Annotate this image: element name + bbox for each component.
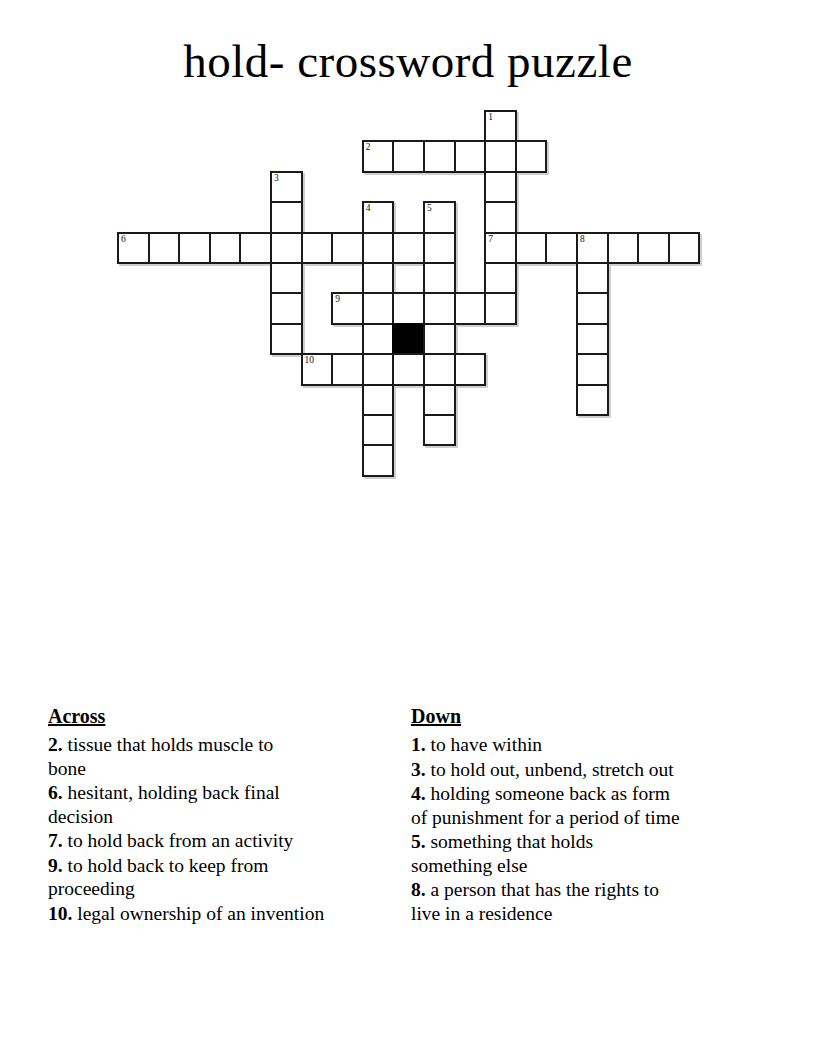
- grid-cell[interactable]: [576, 323, 609, 355]
- grid-cell[interactable]: [484, 140, 517, 172]
- crossword-grid: 12345678910: [117, 110, 699, 476]
- grid-cell[interactable]: [178, 232, 211, 264]
- grid-cell[interactable]: [362, 353, 395, 385]
- grid-cell[interactable]: 9: [331, 292, 364, 324]
- down-header: Down: [411, 704, 793, 728]
- grid-cell[interactable]: [454, 140, 487, 172]
- clue-item-number: 10.: [48, 903, 77, 924]
- grid-cell[interactable]: [668, 232, 701, 264]
- clue-item-text: a person that has the rights to live in …: [411, 879, 659, 924]
- grid-cell[interactable]: [423, 353, 456, 385]
- grid-cell[interactable]: 4: [362, 201, 395, 233]
- across-clue-list: 2. tissue that holds muscle to bone6. he…: [48, 733, 406, 925]
- clue-item-across-7: 7. to hold back from an activity: [48, 829, 406, 853]
- grid-cell[interactable]: [515, 232, 548, 264]
- grid-cell[interactable]: [392, 140, 425, 172]
- black-cell: [392, 323, 425, 355]
- clue-item-number: 4.: [411, 783, 431, 804]
- clue-item-down-4: 4. holding someone back as form of punis…: [411, 782, 793, 829]
- grid-cell[interactable]: [362, 414, 395, 446]
- clue-item-down-8: 8. a person that has the rights to live …: [411, 878, 793, 925]
- grid-cell[interactable]: [576, 353, 609, 385]
- clue-number: 7: [488, 235, 493, 245]
- grid-cell[interactable]: [484, 292, 517, 324]
- grid-cell[interactable]: [209, 232, 242, 264]
- across-header: Across: [48, 704, 406, 728]
- clue-item-number: 2.: [48, 734, 68, 755]
- clue-number: 2: [366, 143, 371, 153]
- grid-cell[interactable]: 10: [301, 353, 334, 385]
- clue-number: 9: [335, 295, 340, 305]
- clue-item-text: something that holds something else: [411, 831, 593, 876]
- grid-cell[interactable]: [515, 140, 548, 172]
- down-clue-list: 1. to have within3. to hold out, unbend,…: [411, 733, 793, 925]
- grid-cell[interactable]: 2: [362, 140, 395, 172]
- clue-item-number: 6.: [48, 782, 68, 803]
- grid-cell[interactable]: [392, 292, 425, 324]
- clue-item-down-1: 1. to have within: [411, 733, 793, 757]
- clue-item-across-6: 6. hesitant, holding back final decision: [48, 781, 406, 828]
- clue-item-text: to hold back to keep from proceeding: [48, 855, 268, 900]
- grid-cell[interactable]: [270, 232, 303, 264]
- grid-cell[interactable]: 8: [576, 232, 609, 264]
- grid-cell[interactable]: [392, 232, 425, 264]
- clue-item-across-9: 9. to hold back to keep from proceeding: [48, 854, 406, 901]
- grid-cell[interactable]: [331, 232, 364, 264]
- clue-item-text: tissue that holds muscle to bone: [48, 734, 273, 779]
- grid-cell[interactable]: [484, 171, 517, 203]
- grid-cell[interactable]: [607, 232, 640, 264]
- clue-item-number: 7.: [48, 830, 68, 851]
- clue-item-number: 3.: [411, 759, 431, 780]
- grid-cell[interactable]: [270, 323, 303, 355]
- clue-item-text: legal ownership of an invention: [77, 903, 324, 924]
- grid-cell[interactable]: [362, 323, 395, 355]
- grid-cell[interactable]: 6: [117, 232, 150, 264]
- grid-cell[interactable]: 7: [484, 232, 517, 264]
- clue-item-across-2: 2. tissue that holds muscle to bone: [48, 733, 406, 780]
- grid-cell[interactable]: [331, 353, 364, 385]
- clue-item-number: 5.: [411, 831, 431, 852]
- clue-item-text: to hold out, unbend, stretch out: [431, 759, 674, 780]
- grid-cell[interactable]: [423, 384, 456, 416]
- grid-cell[interactable]: [423, 140, 456, 172]
- grid-cell[interactable]: [362, 384, 395, 416]
- clue-item-text: holding someone back as form of punishme…: [411, 783, 680, 828]
- grid-cell[interactable]: [270, 292, 303, 324]
- clue-item-across-10: 10. legal ownership of an invention: [48, 902, 406, 926]
- grid-cell[interactable]: [270, 262, 303, 294]
- clue-item-text: to hold back from an activity: [68, 830, 294, 851]
- grid-cell[interactable]: [362, 292, 395, 324]
- clue-item-number: 1.: [411, 734, 431, 755]
- grid-cell[interactable]: [454, 292, 487, 324]
- clue-number: 5: [427, 204, 432, 214]
- puzzle-title: hold- crossword puzzle: [0, 36, 816, 88]
- grid-cell[interactable]: [423, 292, 456, 324]
- grid-cell[interactable]: [423, 262, 456, 294]
- grid-cell[interactable]: 1: [484, 110, 517, 142]
- grid-cell[interactable]: [301, 232, 334, 264]
- clue-number: 4: [366, 204, 371, 214]
- grid-cell[interactable]: [362, 444, 395, 476]
- grid-cell[interactable]: [576, 292, 609, 324]
- clue-item-text: to have within: [431, 734, 543, 755]
- grid-cell[interactable]: 5: [423, 201, 456, 233]
- grid-cell[interactable]: [423, 232, 456, 264]
- clue-item-down-5: 5. something that holds something else: [411, 830, 793, 877]
- grid-cell[interactable]: 3: [270, 171, 303, 203]
- grid-cell[interactable]: [484, 262, 517, 294]
- clue-item-number: 8.: [411, 879, 431, 900]
- grid-cell[interactable]: [545, 232, 578, 264]
- grid-cell[interactable]: [362, 262, 395, 294]
- clue-item-text: hesitant, holding back final decision: [48, 782, 280, 827]
- clue-item-down-3: 3. to hold out, unbend, stretch out: [411, 758, 793, 782]
- clue-number: 10: [305, 356, 315, 366]
- grid-cell[interactable]: [423, 414, 456, 446]
- clue-number: 3: [274, 174, 279, 184]
- grid-cell[interactable]: [637, 232, 670, 264]
- grid-cell[interactable]: [454, 353, 487, 385]
- grid-cell[interactable]: [576, 384, 609, 416]
- grid-cell[interactable]: [484, 201, 517, 233]
- grid-cell[interactable]: [392, 353, 425, 385]
- grid-cell[interactable]: [239, 232, 272, 264]
- grid-cell[interactable]: [148, 232, 181, 264]
- grid-cell[interactable]: [362, 232, 395, 264]
- grid-cell[interactable]: [423, 323, 456, 355]
- clue-item-number: 9.: [48, 855, 68, 876]
- down-clues-column: Down 1. to have within3. to hold out, un…: [411, 704, 793, 926]
- clue-number: 1: [488, 113, 493, 123]
- grid-cell[interactable]: [576, 262, 609, 294]
- across-clues-column: Across 2. tissue that holds muscle to bo…: [48, 704, 406, 926]
- grid-cell[interactable]: [270, 201, 303, 233]
- clue-number: 6: [121, 235, 126, 245]
- clue-number: 8: [580, 235, 585, 245]
